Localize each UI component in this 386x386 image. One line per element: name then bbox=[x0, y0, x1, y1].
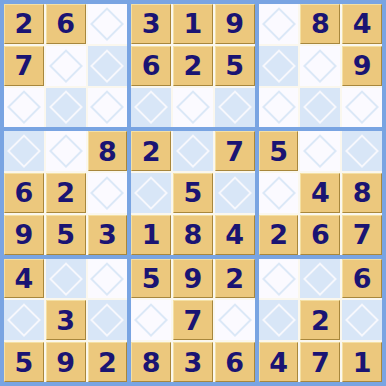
cell-r4c4[interactable]: 2 bbox=[131, 131, 171, 171]
cell-r5c7[interactable] bbox=[259, 173, 299, 213]
box-2-3: 548267 bbox=[259, 131, 382, 254]
diamond-decoration bbox=[91, 49, 125, 83]
box-1-2: 319625 bbox=[131, 4, 254, 127]
cell-r6c9[interactable]: 7 bbox=[342, 215, 382, 255]
cell-r3c9[interactable] bbox=[342, 88, 382, 128]
sudoku-board: 2673196258498629532751845482674359259278… bbox=[0, 0, 386, 386]
diamond-decoration bbox=[262, 303, 296, 337]
cell-r3c8[interactable] bbox=[300, 88, 340, 128]
diamond-decoration bbox=[262, 262, 296, 296]
diamond-decoration bbox=[345, 91, 379, 125]
diamond-decoration bbox=[262, 7, 296, 41]
cell-r7c3[interactable] bbox=[88, 259, 128, 299]
cell-r5c5[interactable]: 5 bbox=[173, 173, 213, 213]
box-2-1: 862953 bbox=[4, 131, 127, 254]
cell-r7c7[interactable] bbox=[259, 259, 299, 299]
cell-r2c6[interactable]: 5 bbox=[215, 46, 255, 86]
cell-r3c1[interactable] bbox=[4, 88, 44, 128]
cell-r5c1[interactable]: 6 bbox=[4, 173, 44, 213]
cell-r1c5[interactable]: 1 bbox=[173, 4, 213, 44]
diamond-decoration bbox=[91, 303, 125, 337]
cell-r8c2[interactable]: 3 bbox=[46, 300, 86, 340]
cell-r5c9[interactable]: 8 bbox=[342, 173, 382, 213]
cell-r4c3[interactable]: 8 bbox=[88, 131, 128, 171]
diamond-decoration bbox=[176, 134, 210, 168]
diamond-decoration bbox=[345, 134, 379, 168]
box-3-1: 43592 bbox=[4, 259, 127, 382]
cell-r2c4[interactable]: 6 bbox=[131, 46, 171, 86]
cell-r2c8[interactable] bbox=[300, 46, 340, 86]
diamond-decoration bbox=[7, 134, 41, 168]
cell-r9c9[interactable]: 1 bbox=[342, 342, 382, 382]
cell-r7c1[interactable]: 4 bbox=[4, 259, 44, 299]
diamond-decoration bbox=[218, 176, 252, 210]
cell-r2c7[interactable] bbox=[259, 46, 299, 86]
diamond-decoration bbox=[7, 91, 41, 125]
cell-r5c6[interactable] bbox=[215, 173, 255, 213]
diamond-decoration bbox=[134, 91, 168, 125]
cell-r8c6[interactable] bbox=[215, 300, 255, 340]
cell-r1c6[interactable]: 9 bbox=[215, 4, 255, 44]
diamond-decoration bbox=[49, 134, 83, 168]
diamond-decoration bbox=[176, 91, 210, 125]
cell-r7c9[interactable]: 6 bbox=[342, 259, 382, 299]
cell-r4c1[interactable] bbox=[4, 131, 44, 171]
box-1-1: 267 bbox=[4, 4, 127, 127]
cell-r3c5[interactable] bbox=[173, 88, 213, 128]
diamond-decoration bbox=[303, 91, 337, 125]
cell-r6c7[interactable]: 2 bbox=[259, 215, 299, 255]
cell-r9c5[interactable]: 3 bbox=[173, 342, 213, 382]
cell-r7c6[interactable]: 2 bbox=[215, 259, 255, 299]
box-2-2: 275184 bbox=[131, 131, 254, 254]
cell-r3c4[interactable] bbox=[131, 88, 171, 128]
cell-r9c2[interactable]: 9 bbox=[46, 342, 86, 382]
cell-r6c2[interactable]: 5 bbox=[46, 215, 86, 255]
cell-r9c8[interactable]: 7 bbox=[300, 342, 340, 382]
box-3-3: 62471 bbox=[259, 259, 382, 382]
cell-r1c2[interactable]: 6 bbox=[46, 4, 86, 44]
diamond-decoration bbox=[303, 262, 337, 296]
cell-r8c4[interactable] bbox=[131, 300, 171, 340]
cell-r9c1[interactable]: 5 bbox=[4, 342, 44, 382]
cell-r1c4[interactable]: 3 bbox=[131, 4, 171, 44]
cell-r6c1[interactable]: 9 bbox=[4, 215, 44, 255]
cell-r5c4[interactable] bbox=[131, 173, 171, 213]
cell-r8c7[interactable] bbox=[259, 300, 299, 340]
cell-r1c9[interactable]: 4 bbox=[342, 4, 382, 44]
diamond-decoration bbox=[262, 91, 296, 125]
cell-r8c5[interactable]: 7 bbox=[173, 300, 213, 340]
cell-r7c4[interactable]: 5 bbox=[131, 259, 171, 299]
cell-r5c2[interactable]: 2 bbox=[46, 173, 86, 213]
cell-r4c7[interactable]: 5 bbox=[259, 131, 299, 171]
cell-r8c9[interactable] bbox=[342, 300, 382, 340]
cell-r4c2[interactable] bbox=[46, 131, 86, 171]
cell-r6c3[interactable]: 3 bbox=[88, 215, 128, 255]
cell-r8c3[interactable] bbox=[88, 300, 128, 340]
cell-r5c3[interactable] bbox=[88, 173, 128, 213]
cell-r8c1[interactable] bbox=[4, 300, 44, 340]
cell-r7c2[interactable] bbox=[46, 259, 86, 299]
cell-r6c8[interactable]: 6 bbox=[300, 215, 340, 255]
cell-r9c4[interactable]: 8 bbox=[131, 342, 171, 382]
cell-r9c7[interactable]: 4 bbox=[259, 342, 299, 382]
diamond-decoration bbox=[134, 176, 168, 210]
cell-r2c3[interactable] bbox=[88, 46, 128, 86]
cell-r3c6[interactable] bbox=[215, 88, 255, 128]
cell-r6c4[interactable]: 1 bbox=[131, 215, 171, 255]
diamond-decoration bbox=[345, 303, 379, 337]
cell-r7c5[interactable]: 9 bbox=[173, 259, 213, 299]
diamond-decoration bbox=[262, 49, 296, 83]
diamond-decoration bbox=[49, 91, 83, 125]
cell-r9c3[interactable]: 2 bbox=[88, 342, 128, 382]
cell-r2c5[interactable]: 2 bbox=[173, 46, 213, 86]
diamond-decoration bbox=[218, 303, 252, 337]
cell-r4c6[interactable]: 7 bbox=[215, 131, 255, 171]
diamond-decoration bbox=[49, 262, 83, 296]
diamond-decoration bbox=[49, 49, 83, 83]
diamond-decoration bbox=[262, 176, 296, 210]
diamond-decoration bbox=[134, 303, 168, 337]
diamond-decoration bbox=[91, 7, 125, 41]
cell-r6c6[interactable]: 4 bbox=[215, 215, 255, 255]
cell-r4c9[interactable] bbox=[342, 131, 382, 171]
diamond-decoration bbox=[303, 134, 337, 168]
box-1-3: 849 bbox=[259, 4, 382, 127]
cell-r2c2[interactable] bbox=[46, 46, 86, 86]
box-3-2: 5927836 bbox=[131, 259, 254, 382]
cell-r9c6[interactable]: 6 bbox=[215, 342, 255, 382]
cell-r6c5[interactable]: 8 bbox=[173, 215, 213, 255]
cell-r2c9[interactable]: 9 bbox=[342, 46, 382, 86]
cell-r8c8[interactable]: 2 bbox=[300, 300, 340, 340]
cell-r1c7[interactable] bbox=[259, 4, 299, 44]
cell-r3c2[interactable] bbox=[46, 88, 86, 128]
cell-r1c8[interactable]: 8 bbox=[300, 4, 340, 44]
cell-r5c8[interactable]: 4 bbox=[300, 173, 340, 213]
cell-r7c8[interactable] bbox=[300, 259, 340, 299]
cell-r4c5[interactable] bbox=[173, 131, 213, 171]
diamond-decoration bbox=[218, 91, 252, 125]
diamond-decoration bbox=[7, 303, 41, 337]
cell-r3c7[interactable] bbox=[259, 88, 299, 128]
diamond-decoration bbox=[303, 49, 337, 83]
cell-r1c3[interactable] bbox=[88, 4, 128, 44]
cell-r2c1[interactable]: 7 bbox=[4, 46, 44, 86]
diamond-decoration bbox=[91, 262, 125, 296]
cell-r4c8[interactable] bbox=[300, 131, 340, 171]
cell-r1c1[interactable]: 2 bbox=[4, 4, 44, 44]
cell-r3c3[interactable] bbox=[88, 88, 128, 128]
diamond-decoration bbox=[91, 91, 125, 125]
diamond-decoration bbox=[91, 176, 125, 210]
